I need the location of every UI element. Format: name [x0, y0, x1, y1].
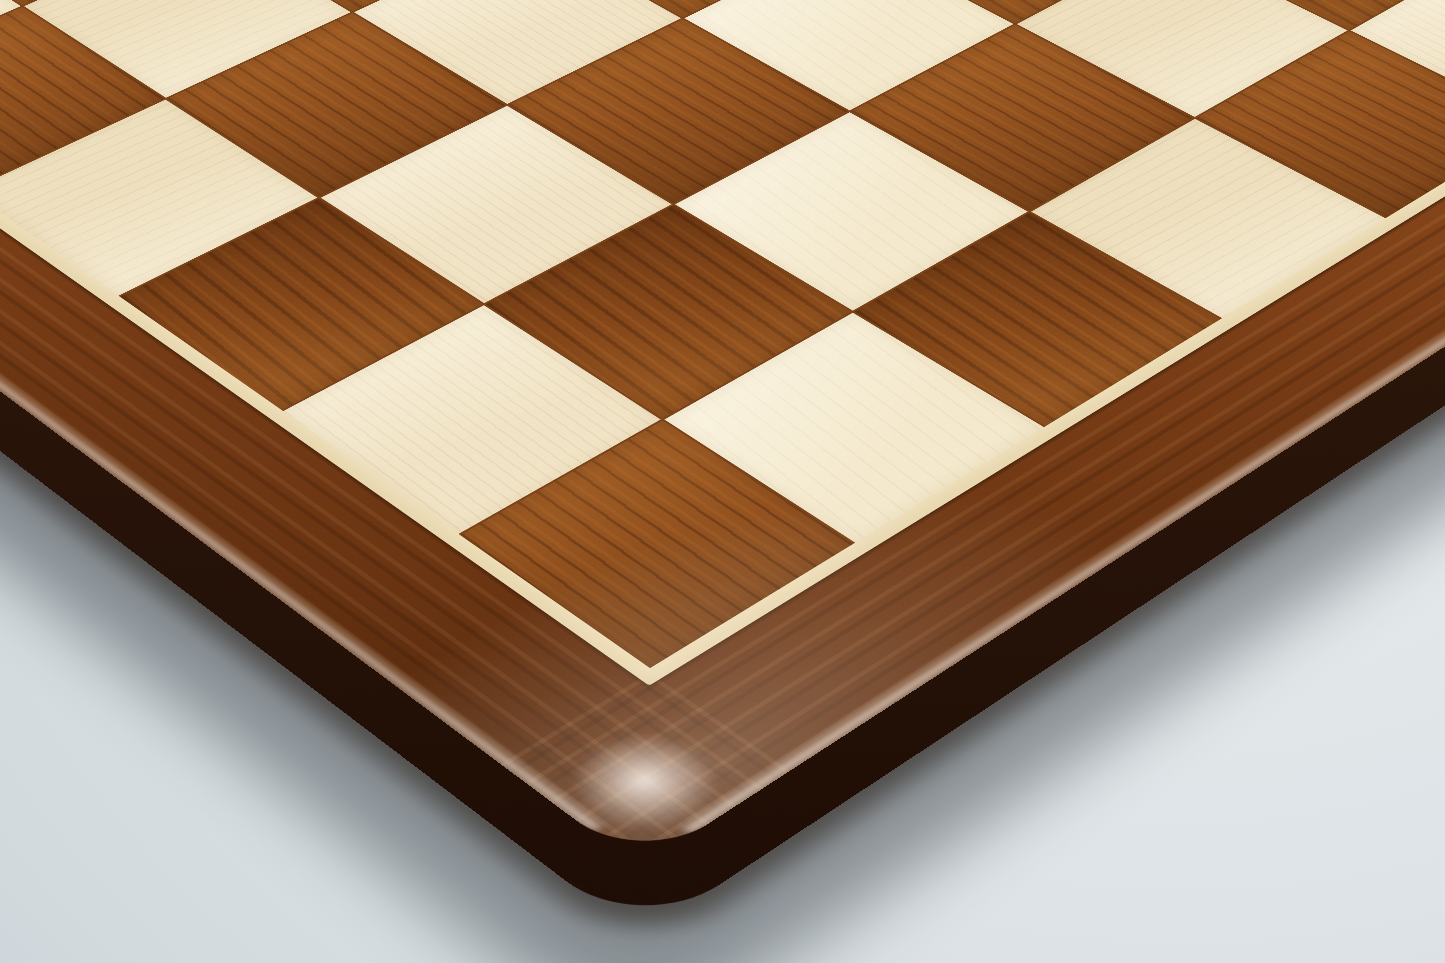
photo-background — [0, 0, 1445, 963]
chess-board — [0, 0, 1445, 868]
